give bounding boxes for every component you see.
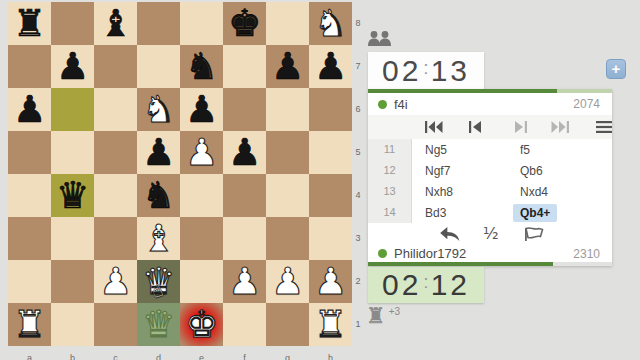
- game-screen: ♜♝♚♞♟♞♟♟♟♞♟♟♟♟♛♞♝♟♛♟♟♟♜♛♚♜ ☝ abcdefgh 87…: [0, 0, 640, 360]
- square-f8[interactable]: ♚: [223, 2, 266, 45]
- file-label-c: c: [94, 353, 137, 360]
- captured-rook-icon: ♜: [366, 303, 386, 328]
- square-e1[interactable]: ♚: [180, 303, 223, 346]
- square-f2[interactable]: ♟: [223, 260, 266, 303]
- material-advantage: +3: [389, 306, 400, 317]
- move-list: 11Ng5f512Ngf7Qb613Nxh8Nxd414Bd3Qb4+: [368, 139, 612, 223]
- square-f5[interactable]: ♟: [223, 131, 266, 174]
- square-b8[interactable]: [51, 2, 94, 45]
- file-label-h: h: [309, 353, 352, 360]
- square-d8[interactable]: [137, 2, 180, 45]
- rank-label-4: 4: [352, 174, 364, 217]
- player-name[interactable]: Philidor1792: [394, 246, 573, 261]
- black-pawn[interactable]: ♟: [309, 45, 352, 88]
- square-e3[interactable]: [180, 217, 223, 260]
- square-f1[interactable]: [223, 303, 266, 346]
- square-c7[interactable]: [94, 45, 137, 88]
- black-knight[interactable]: ♞: [137, 174, 180, 217]
- game-panel-card: f4i 2074 11Ng5f512Ngf7Qb613Nxh8Nxd414Bd3…: [368, 89, 612, 266]
- square-b4[interactable]: ♛: [51, 174, 94, 217]
- move-number: 14: [368, 202, 412, 223]
- square-c2[interactable]: ♟: [94, 260, 137, 303]
- move-number: 12: [368, 160, 412, 181]
- square-h7[interactable]: ♟: [309, 45, 352, 88]
- white-pawn[interactable]: ♟: [223, 260, 266, 303]
- opponent-row[interactable]: f4i 2074: [368, 93, 612, 115]
- square-b7[interactable]: ♟: [51, 45, 94, 88]
- move-number: 11: [368, 139, 412, 160]
- square-c6[interactable]: [94, 88, 137, 131]
- black-queen[interactable]: ♛: [51, 174, 94, 217]
- black-move[interactable]: f5: [519, 143, 612, 157]
- black-move[interactable]: Nxd4: [519, 185, 612, 199]
- square-g5[interactable]: [266, 131, 309, 174]
- spectators-icon: [367, 30, 393, 47]
- file-label-f: f: [223, 353, 266, 360]
- square-h2[interactable]: ♟: [309, 260, 352, 303]
- square-e5[interactable]: ♟: [180, 131, 223, 174]
- square-c4[interactable]: [94, 174, 137, 217]
- square-d7[interactable]: [137, 45, 180, 88]
- board: ♜♝♚♞♟♞♟♟♟♞♟♟♟♟♛♞♝♟♛♟♟♟♜♛♚♜: [8, 2, 352, 346]
- square-b3[interactable]: [51, 217, 94, 260]
- square-h8[interactable]: ♞: [309, 2, 352, 45]
- move-row-11: 11Ng5f5: [368, 139, 612, 160]
- square-g8[interactable]: [266, 2, 309, 45]
- ghost-white-queen: ♛: [137, 303, 180, 346]
- black-move[interactable]: Qb4+: [519, 206, 612, 220]
- square-g6[interactable]: [266, 88, 309, 131]
- square-c3[interactable]: [94, 217, 137, 260]
- square-g3[interactable]: [266, 217, 309, 260]
- black-pawn[interactable]: ♟: [137, 131, 180, 174]
- rank-label-2: 2: [352, 260, 364, 303]
- opponent-name[interactable]: f4i: [394, 97, 573, 112]
- black-knight[interactable]: ♞: [180, 45, 223, 88]
- square-f7[interactable]: [223, 45, 266, 88]
- black-pawn[interactable]: ♟: [51, 45, 94, 88]
- white-knight[interactable]: ♞: [309, 2, 352, 45]
- player-rating: 2310: [573, 247, 600, 261]
- square-a3[interactable]: [8, 217, 51, 260]
- player-time-gauge: [368, 262, 612, 266]
- square-e4[interactable]: [180, 174, 223, 217]
- black-pawn[interactable]: ♟: [8, 88, 51, 131]
- file-labels: abcdefgh: [8, 347, 352, 360]
- first-move-button[interactable]: [425, 121, 443, 133]
- rank-label-7: 7: [352, 45, 364, 88]
- square-d5[interactable]: ♟: [137, 131, 180, 174]
- black-pawn[interactable]: ♟: [180, 88, 223, 131]
- captured-pieces: ♜+3: [366, 303, 400, 328]
- square-g4[interactable]: [266, 174, 309, 217]
- file-label-e: e: [180, 353, 223, 360]
- opponent-rating: 2074: [573, 97, 600, 111]
- square-c5[interactable]: [94, 131, 137, 174]
- square-a2[interactable]: [8, 260, 51, 303]
- square-f4[interactable]: [223, 174, 266, 217]
- prev-move-button[interactable]: [467, 121, 485, 133]
- square-a6[interactable]: ♟: [8, 88, 51, 131]
- takeback-icon[interactable]: [439, 226, 461, 245]
- move-row-14: 14Bd3Qb4+: [368, 202, 612, 223]
- move-row-12: 12Ngf7Qb6: [368, 160, 612, 181]
- black-pawn[interactable]: ♟: [223, 131, 266, 174]
- rank-label-8: 8: [352, 2, 364, 45]
- menu-button[interactable]: [595, 121, 613, 133]
- file-label-g: g: [266, 353, 309, 360]
- square-c1[interactable]: [94, 303, 137, 346]
- white-move[interactable]: Ngf7: [412, 164, 519, 178]
- opponent-clock: 02:13: [368, 52, 484, 89]
- square-a5[interactable]: [8, 131, 51, 174]
- rank-label-3: 3: [352, 217, 364, 260]
- square-e2[interactable]: [180, 260, 223, 303]
- file-label-a: a: [8, 353, 51, 360]
- white-pawn[interactable]: ♟: [180, 131, 223, 174]
- square-h4[interactable]: [309, 174, 352, 217]
- square-f6[interactable]: [223, 88, 266, 131]
- square-e7[interactable]: ♞: [180, 45, 223, 88]
- rank-label-5: 5: [352, 131, 364, 174]
- rank-label-1: 1: [352, 303, 364, 346]
- last-move-button[interactable]: [551, 121, 569, 133]
- white-bishop[interactable]: ♝: [137, 217, 180, 260]
- add-time-button[interactable]: +: [606, 59, 626, 79]
- player-row[interactable]: Philidor1792 2310: [368, 245, 612, 262]
- square-a4[interactable]: [8, 174, 51, 217]
- rank-label-6: 6: [352, 88, 364, 131]
- file-label-b: b: [51, 353, 94, 360]
- square-a1[interactable]: ♜: [8, 303, 51, 346]
- white-move[interactable]: Nxh8: [412, 185, 519, 199]
- white-rook[interactable]: ♜: [309, 303, 352, 346]
- player-clock: 02:12: [368, 267, 484, 303]
- square-g1[interactable]: [266, 303, 309, 346]
- square-b2[interactable]: [51, 260, 94, 303]
- rank-labels: 87654321: [352, 2, 364, 346]
- move-number: 13: [368, 181, 412, 202]
- square-h3[interactable]: [309, 217, 352, 260]
- square-h5[interactable]: [309, 131, 352, 174]
- white-pawn[interactable]: ♟: [94, 260, 137, 303]
- square-e6[interactable]: ♟: [180, 88, 223, 131]
- action-bar: ½: [368, 223, 612, 245]
- square-b6[interactable]: [51, 88, 94, 131]
- square-d3[interactable]: ♝: [137, 217, 180, 260]
- square-h1[interactable]: ♜: [309, 303, 352, 346]
- online-dot: [378, 100, 387, 109]
- black-king[interactable]: ♚: [223, 2, 266, 45]
- square-d1[interactable]: ♛: [137, 303, 180, 346]
- square-d4[interactable]: ♞: [137, 174, 180, 217]
- black-pawn[interactable]: ♟: [266, 45, 309, 88]
- file-label-d: d: [137, 353, 180, 360]
- square-g7[interactable]: ♟: [266, 45, 309, 88]
- black-rook[interactable]: ♜: [8, 2, 51, 45]
- square-b5[interactable]: [51, 131, 94, 174]
- offer-draw-button[interactable]: ½: [483, 224, 499, 243]
- next-move-button[interactable]: [511, 121, 529, 133]
- white-move[interactable]: Ng5: [412, 143, 519, 157]
- white-knight[interactable]: ♞: [137, 88, 180, 131]
- square-g2[interactable]: ♟: [266, 260, 309, 303]
- square-a8[interactable]: ♜: [8, 2, 51, 45]
- white-pawn[interactable]: ♟: [266, 260, 309, 303]
- black-move[interactable]: Qb6: [519, 164, 612, 178]
- square-d6[interactable]: ♞: [137, 88, 180, 131]
- square-f3[interactable]: [223, 217, 266, 260]
- resign-flag-icon[interactable]: [524, 227, 544, 244]
- white-move[interactable]: Bd3: [412, 206, 519, 220]
- move-row-13: 13Nxh8Nxd4: [368, 181, 612, 202]
- white-king[interactable]: ♚: [180, 303, 223, 346]
- square-c8[interactable]: ♝: [94, 2, 137, 45]
- black-bishop[interactable]: ♝: [94, 2, 137, 45]
- square-h6[interactable]: [309, 88, 352, 131]
- move-nav-bar: [368, 115, 612, 139]
- square-e8[interactable]: [180, 2, 223, 45]
- white-pawn[interactable]: ♟: [309, 260, 352, 303]
- square-b1[interactable]: [51, 303, 94, 346]
- online-dot: [378, 249, 387, 258]
- square-a7[interactable]: [8, 45, 51, 88]
- white-rook[interactable]: ♜: [8, 303, 51, 346]
